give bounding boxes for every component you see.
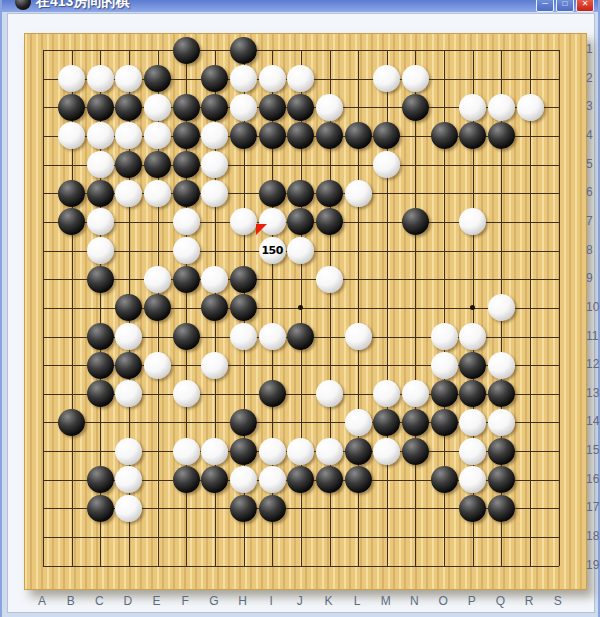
white-stone (316, 438, 343, 465)
black-stone (87, 352, 114, 379)
column-label: C (95, 594, 104, 608)
black-stone (488, 495, 515, 522)
black-stone (488, 438, 515, 465)
white-stone (459, 409, 486, 436)
black-stone (173, 466, 200, 493)
column-label: I (270, 594, 273, 608)
white-stone (259, 323, 286, 350)
black-stone (459, 352, 486, 379)
row-label: 8 (586, 243, 600, 257)
white-stone (201, 266, 228, 293)
black-stone (87, 380, 114, 407)
black-stone (87, 94, 114, 121)
row-label: 14 (586, 414, 600, 428)
black-stone (87, 266, 114, 293)
white-stone (230, 94, 257, 121)
black-stone (144, 151, 171, 178)
black-stone (488, 122, 515, 149)
row-label: 18 (586, 529, 600, 543)
black-stone (431, 409, 458, 436)
white-stone (488, 294, 515, 321)
white-stone (345, 180, 372, 207)
black-stone (173, 151, 200, 178)
black-stone (287, 466, 314, 493)
star-point (298, 305, 303, 310)
black-stone (144, 65, 171, 92)
black-stone (345, 438, 372, 465)
column-label: D (124, 594, 133, 608)
black-stone (402, 409, 429, 436)
black-stone (173, 94, 200, 121)
white-stone (459, 438, 486, 465)
black-stone (431, 122, 458, 149)
board-panel: 150 ABCDEFGHIJKLMNOPQRS12345678910111213… (7, 13, 595, 613)
black-stone (58, 94, 85, 121)
white-stone (287, 65, 314, 92)
maximize-button[interactable]: □ (556, 0, 574, 12)
white-stone (173, 438, 200, 465)
black-stone (488, 380, 515, 407)
column-label: J (297, 594, 303, 608)
titlebar[interactable]: 在413房间的棋 ─ □ ✕ (2, 0, 598, 12)
white-stone (459, 94, 486, 121)
column-label: B (67, 594, 75, 608)
black-stone (259, 122, 286, 149)
white-stone (144, 266, 171, 293)
white-stone (402, 65, 429, 92)
column-label: S (554, 594, 562, 608)
black-stone (201, 94, 228, 121)
row-label: 2 (586, 71, 600, 85)
black-stone (402, 208, 429, 235)
row-label: 9 (586, 271, 600, 285)
row-label: 10 (586, 300, 600, 314)
white-stone (201, 180, 228, 207)
black-stone (173, 266, 200, 293)
black-stone (431, 380, 458, 407)
black-stone (316, 466, 343, 493)
black-stone (87, 180, 114, 207)
white-stone (87, 65, 114, 92)
close-button[interactable]: ✕ (576, 0, 594, 12)
white-stone (488, 94, 515, 121)
black-stone (230, 122, 257, 149)
white-stone (373, 380, 400, 407)
black-stone (287, 180, 314, 207)
black-stone (459, 122, 486, 149)
column-label: H (238, 594, 247, 608)
grid-line-v (559, 50, 560, 566)
black-stone (115, 352, 142, 379)
black-stone (402, 94, 429, 121)
white-stone (173, 237, 200, 264)
black-stone (345, 466, 372, 493)
white-stone (431, 323, 458, 350)
move-number-label: 150 (259, 244, 286, 257)
white-stone (87, 122, 114, 149)
row-label: 11 (586, 329, 600, 343)
black-stone (316, 122, 343, 149)
black-stone (488, 466, 515, 493)
white-stone (259, 438, 286, 465)
black-stone (173, 122, 200, 149)
grid-line-v (530, 50, 531, 566)
black-stone (259, 380, 286, 407)
column-label: G (209, 594, 218, 608)
black-stone (115, 294, 142, 321)
black-stone (87, 323, 114, 350)
black-stone (316, 180, 343, 207)
white-stone (230, 323, 257, 350)
row-label: 16 (586, 472, 600, 486)
window-buttons: ─ □ ✕ (536, 0, 594, 12)
black-stone (87, 466, 114, 493)
white-stone (373, 65, 400, 92)
white-stone (287, 237, 314, 264)
go-client-window: 在413房间的棋 ─ □ ✕ 150 ABCDEFGHIJKLMNOPQRS12… (0, 0, 600, 617)
white-stone (58, 122, 85, 149)
black-stone (259, 180, 286, 207)
column-label: K (324, 594, 332, 608)
white-stone (115, 466, 142, 493)
window-title: 在413房间的棋 (36, 0, 129, 11)
white-stone (144, 94, 171, 121)
black-stone (173, 37, 200, 64)
grid-line-h (43, 566, 559, 567)
black-stone (373, 409, 400, 436)
white-stone (115, 180, 142, 207)
white-stone (517, 94, 544, 121)
black-stone (58, 208, 85, 235)
column-label: Q (496, 594, 505, 608)
last-move-marker-icon (256, 224, 267, 235)
black-stone (230, 294, 257, 321)
black-stone (87, 495, 114, 522)
white-stone (230, 466, 257, 493)
row-label: 17 (586, 500, 600, 514)
black-stone (230, 266, 257, 293)
black-stone (345, 122, 372, 149)
black-stone (287, 122, 314, 149)
white-stone (115, 438, 142, 465)
white-stone (345, 409, 372, 436)
white-stone (173, 208, 200, 235)
black-stone (459, 380, 486, 407)
white-stone (115, 323, 142, 350)
column-label: A (38, 594, 46, 608)
white-stone (201, 438, 228, 465)
white-stone (459, 323, 486, 350)
black-stone (287, 208, 314, 235)
white-stone (316, 266, 343, 293)
black-stone (201, 65, 228, 92)
white-stone (345, 323, 372, 350)
white-stone (115, 122, 142, 149)
row-label: 5 (586, 157, 600, 171)
column-label: F (182, 594, 189, 608)
row-label: 1 (586, 42, 600, 56)
black-stone (58, 409, 85, 436)
white-stone (115, 380, 142, 407)
column-label: R (525, 594, 534, 608)
row-label: 4 (586, 128, 600, 142)
black-stone (287, 94, 314, 121)
white-stone (58, 65, 85, 92)
black-stone (230, 438, 257, 465)
black-stone (201, 294, 228, 321)
black-stone (373, 122, 400, 149)
go-stone-icon (15, 0, 31, 10)
row-label: 3 (586, 99, 600, 113)
black-stone (115, 94, 142, 121)
white-stone (459, 466, 486, 493)
column-label: E (153, 594, 161, 608)
black-stone (316, 208, 343, 235)
black-stone (115, 151, 142, 178)
black-stone (173, 323, 200, 350)
white-stone (402, 380, 429, 407)
white-stone (259, 65, 286, 92)
white-stone (488, 409, 515, 436)
black-stone (201, 466, 228, 493)
column-label: L (354, 594, 361, 608)
column-label: P (468, 594, 476, 608)
white-stone (316, 380, 343, 407)
white-stone (287, 438, 314, 465)
white-stone (201, 352, 228, 379)
black-stone (259, 94, 286, 121)
black-stone (230, 495, 257, 522)
white-stone (87, 237, 114, 264)
star-point (470, 305, 475, 310)
white-stone (259, 466, 286, 493)
row-label: 15 (586, 443, 600, 457)
white-stone (201, 122, 228, 149)
black-stone (144, 294, 171, 321)
black-stone (402, 438, 429, 465)
white-stone (144, 180, 171, 207)
grid-line-h (43, 537, 559, 538)
column-label: O (438, 594, 447, 608)
row-label: 12 (586, 357, 600, 371)
white-stone (230, 65, 257, 92)
white-stone (316, 94, 343, 121)
white-stone (173, 380, 200, 407)
black-stone (58, 180, 85, 207)
minimize-button[interactable]: ─ (536, 0, 554, 12)
white-stone (459, 208, 486, 235)
column-label: N (410, 594, 419, 608)
row-label: 6 (586, 185, 600, 199)
white-stone (373, 438, 400, 465)
black-stone (459, 495, 486, 522)
row-label: 7 (586, 214, 600, 228)
black-stone (287, 323, 314, 350)
white-stone (87, 208, 114, 235)
white-stone (115, 495, 142, 522)
row-label: 13 (586, 386, 600, 400)
white-stone (373, 151, 400, 178)
white-stone (230, 208, 257, 235)
grid-line-v (415, 50, 416, 566)
white-stone (115, 65, 142, 92)
white-stone (144, 122, 171, 149)
black-stone (259, 495, 286, 522)
go-board[interactable]: 150 (24, 33, 587, 590)
row-label: 19 (586, 558, 600, 572)
black-stone (230, 37, 257, 64)
black-stone (431, 466, 458, 493)
white-stone (201, 151, 228, 178)
white-stone (431, 352, 458, 379)
white-stone (144, 352, 171, 379)
white-stone (87, 151, 114, 178)
black-stone (173, 180, 200, 207)
white-stone (488, 352, 515, 379)
black-stone (230, 409, 257, 436)
column-label: M (381, 594, 391, 608)
